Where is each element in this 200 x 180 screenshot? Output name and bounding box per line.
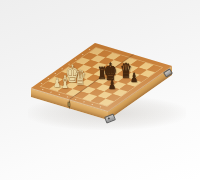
coordinate-mark — [66, 96, 68, 97]
coordinate-mark — [58, 94, 60, 95]
coordinate-mark — [83, 101, 85, 102]
clasp-knob-icon — [108, 117, 111, 120]
coordinate-mark — [50, 91, 52, 92]
coordinate-mark — [91, 104, 93, 105]
product-photo-chess-set: ♟♝♚♛♜♚♛♟♟ — [0, 0, 200, 180]
coordinate-mark — [99, 106, 101, 107]
coordinate-mark — [42, 89, 44, 90]
coordinate-mark — [75, 99, 77, 100]
hinge-icon — [68, 102, 70, 107]
